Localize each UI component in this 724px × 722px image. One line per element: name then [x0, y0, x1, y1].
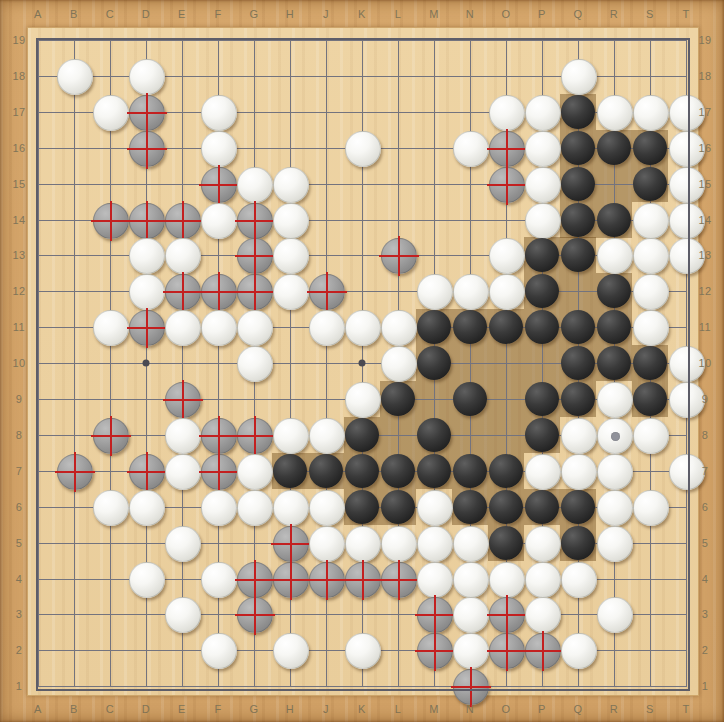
intersection-O19[interactable]	[488, 22, 524, 58]
intersection-K13[interactable]	[344, 237, 380, 273]
intersection-H16[interactable]	[272, 130, 308, 166]
intersection-C15[interactable]	[92, 166, 128, 202]
intersection-D5[interactable]	[128, 525, 164, 561]
intersection-R14[interactable]	[596, 202, 632, 238]
intersection-S12[interactable]	[632, 273, 668, 309]
intersection-A16[interactable]	[20, 130, 56, 166]
intersection-S11[interactable]	[632, 309, 668, 345]
intersection-O7[interactable]	[488, 453, 524, 489]
intersection-Q14[interactable]	[560, 202, 596, 238]
intersection-N11[interactable]	[452, 309, 488, 345]
intersection-H1[interactable]	[272, 668, 308, 704]
intersection-L12[interactable]	[380, 273, 416, 309]
intersection-J15[interactable]	[308, 166, 344, 202]
intersection-M5[interactable]	[416, 525, 452, 561]
intersection-F16[interactable]	[200, 130, 236, 166]
intersection-S1[interactable]	[632, 668, 668, 704]
intersection-E1[interactable]	[164, 668, 200, 704]
intersection-G9[interactable]	[236, 381, 272, 417]
intersection-J4[interactable]	[308, 561, 344, 597]
intersection-G18[interactable]	[236, 58, 272, 94]
intersection-K7[interactable]	[344, 453, 380, 489]
intersection-O12[interactable]	[488, 273, 524, 309]
intersection-G17[interactable]	[236, 94, 272, 130]
intersection-H2[interactable]	[272, 632, 308, 668]
intersection-E8[interactable]	[164, 417, 200, 453]
intersection-L1[interactable]	[380, 668, 416, 704]
intersection-G6[interactable]	[236, 489, 272, 525]
intersection-L17[interactable]	[380, 94, 416, 130]
intersection-H19[interactable]	[272, 22, 308, 58]
intersection-B9[interactable]	[56, 381, 92, 417]
intersection-J17[interactable]	[308, 94, 344, 130]
intersection-S5[interactable]	[632, 525, 668, 561]
intersection-J2[interactable]	[308, 632, 344, 668]
intersection-D9[interactable]	[128, 381, 164, 417]
intersection-R6[interactable]	[596, 489, 632, 525]
intersection-B14[interactable]	[56, 202, 92, 238]
intersection-M9[interactable]	[416, 381, 452, 417]
intersection-M3[interactable]	[416, 596, 452, 632]
intersection-A1[interactable]	[20, 668, 56, 704]
intersection-N15[interactable]	[452, 166, 488, 202]
intersection-A13[interactable]	[20, 237, 56, 273]
intersection-O14[interactable]	[488, 202, 524, 238]
intersection-A10[interactable]	[20, 345, 56, 381]
intersection-L4[interactable]	[380, 561, 416, 597]
intersection-T11[interactable]	[668, 309, 704, 345]
intersection-J18[interactable]	[308, 58, 344, 94]
intersection-E15[interactable]	[164, 166, 200, 202]
intersection-F10[interactable]	[200, 345, 236, 381]
intersection-P9[interactable]	[524, 381, 560, 417]
intersection-T13[interactable]	[668, 237, 704, 273]
intersection-B16[interactable]	[56, 130, 92, 166]
intersection-D10[interactable]	[128, 345, 164, 381]
intersection-Q7[interactable]	[560, 453, 596, 489]
intersection-M13[interactable]	[416, 237, 452, 273]
intersection-J10[interactable]	[308, 345, 344, 381]
intersection-N14[interactable]	[452, 202, 488, 238]
intersection-M16[interactable]	[416, 130, 452, 166]
intersection-F2[interactable]	[200, 632, 236, 668]
intersection-R15[interactable]	[596, 166, 632, 202]
intersection-N19[interactable]	[452, 22, 488, 58]
intersection-J11[interactable]	[308, 309, 344, 345]
intersection-F14[interactable]	[200, 202, 236, 238]
intersection-R19[interactable]	[596, 22, 632, 58]
intersection-N5[interactable]	[452, 525, 488, 561]
intersection-C12[interactable]	[92, 273, 128, 309]
intersection-E5[interactable]	[164, 525, 200, 561]
intersection-P11[interactable]	[524, 309, 560, 345]
intersection-S8[interactable]	[632, 417, 668, 453]
intersection-Q4[interactable]	[560, 561, 596, 597]
intersection-R1[interactable]	[596, 668, 632, 704]
intersection-M1[interactable]	[416, 668, 452, 704]
intersection-O9[interactable]	[488, 381, 524, 417]
intersection-Q18[interactable]	[560, 58, 596, 94]
intersection-Q2[interactable]	[560, 632, 596, 668]
intersection-C8[interactable]	[92, 417, 128, 453]
intersection-C18[interactable]	[92, 58, 128, 94]
intersection-B7[interactable]	[56, 453, 92, 489]
intersection-P4[interactable]	[524, 561, 560, 597]
intersection-E7[interactable]	[164, 453, 200, 489]
intersection-P12[interactable]	[524, 273, 560, 309]
intersection-F4[interactable]	[200, 561, 236, 597]
intersection-D13[interactable]	[128, 237, 164, 273]
intersection-H10[interactable]	[272, 345, 308, 381]
intersection-N16[interactable]	[452, 130, 488, 166]
intersection-C4[interactable]	[92, 561, 128, 597]
intersection-L7[interactable]	[380, 453, 416, 489]
intersection-Q5[interactable]	[560, 525, 596, 561]
intersection-T3[interactable]	[668, 596, 704, 632]
intersection-J16[interactable]	[308, 130, 344, 166]
intersection-J5[interactable]	[308, 525, 344, 561]
intersection-S7[interactable]	[632, 453, 668, 489]
intersection-O18[interactable]	[488, 58, 524, 94]
intersection-P17[interactable]	[524, 94, 560, 130]
intersection-H3[interactable]	[272, 596, 308, 632]
intersection-L18[interactable]	[380, 58, 416, 94]
intersection-E11[interactable]	[164, 309, 200, 345]
intersection-P16[interactable]	[524, 130, 560, 166]
intersection-B6[interactable]	[56, 489, 92, 525]
intersection-B5[interactable]	[56, 525, 92, 561]
intersection-Q9[interactable]	[560, 381, 596, 417]
intersection-P15[interactable]	[524, 166, 560, 202]
intersection-E3[interactable]	[164, 596, 200, 632]
intersection-P7[interactable]	[524, 453, 560, 489]
intersection-B4[interactable]	[56, 561, 92, 597]
intersection-D14[interactable]	[128, 202, 164, 238]
intersection-K6[interactable]	[344, 489, 380, 525]
intersection-Q19[interactable]	[560, 22, 596, 58]
intersection-C13[interactable]	[92, 237, 128, 273]
intersection-B2[interactable]	[56, 632, 92, 668]
intersection-T17[interactable]	[668, 94, 704, 130]
intersection-K3[interactable]	[344, 596, 380, 632]
intersection-B13[interactable]	[56, 237, 92, 273]
intersection-S10[interactable]	[632, 345, 668, 381]
intersection-H18[interactable]	[272, 58, 308, 94]
intersection-M18[interactable]	[416, 58, 452, 94]
intersection-F7[interactable]	[200, 453, 236, 489]
intersection-P18[interactable]	[524, 58, 560, 94]
intersection-Q8[interactable]	[560, 417, 596, 453]
intersection-R8[interactable]	[596, 417, 632, 453]
intersection-A9[interactable]	[20, 381, 56, 417]
intersection-Q13[interactable]	[560, 237, 596, 273]
intersection-M7[interactable]	[416, 453, 452, 489]
intersection-L14[interactable]	[380, 202, 416, 238]
intersection-Q16[interactable]	[560, 130, 596, 166]
intersection-Q11[interactable]	[560, 309, 596, 345]
intersection-H6[interactable]	[272, 489, 308, 525]
intersection-D19[interactable]	[128, 22, 164, 58]
intersection-D4[interactable]	[128, 561, 164, 597]
intersection-C7[interactable]	[92, 453, 128, 489]
intersection-F1[interactable]	[200, 668, 236, 704]
intersection-G10[interactable]	[236, 345, 272, 381]
intersection-K15[interactable]	[344, 166, 380, 202]
intersection-O6[interactable]	[488, 489, 524, 525]
intersection-O1[interactable]	[488, 668, 524, 704]
intersection-T15[interactable]	[668, 166, 704, 202]
intersection-A2[interactable]	[20, 632, 56, 668]
intersection-B12[interactable]	[56, 273, 92, 309]
intersection-Q6[interactable]	[560, 489, 596, 525]
intersection-P6[interactable]	[524, 489, 560, 525]
intersection-T5[interactable]	[668, 525, 704, 561]
intersection-C9[interactable]	[92, 381, 128, 417]
intersection-F11[interactable]	[200, 309, 236, 345]
intersection-G3[interactable]	[236, 596, 272, 632]
intersection-D12[interactable]	[128, 273, 164, 309]
intersection-P19[interactable]	[524, 22, 560, 58]
intersection-P14[interactable]	[524, 202, 560, 238]
intersection-C3[interactable]	[92, 596, 128, 632]
intersection-A19[interactable]	[20, 22, 56, 58]
intersection-B3[interactable]	[56, 596, 92, 632]
intersection-A12[interactable]	[20, 273, 56, 309]
intersection-L2[interactable]	[380, 632, 416, 668]
intersection-Q10[interactable]	[560, 345, 596, 381]
intersection-F12[interactable]	[200, 273, 236, 309]
intersection-T1[interactable]	[668, 668, 704, 704]
intersection-L13[interactable]	[380, 237, 416, 273]
intersection-G16[interactable]	[236, 130, 272, 166]
intersection-R16[interactable]	[596, 130, 632, 166]
intersection-K2[interactable]	[344, 632, 380, 668]
intersection-C2[interactable]	[92, 632, 128, 668]
intersection-T14[interactable]	[668, 202, 704, 238]
intersection-T19[interactable]	[668, 22, 704, 58]
intersection-E12[interactable]	[164, 273, 200, 309]
intersection-K12[interactable]	[344, 273, 380, 309]
intersection-K1[interactable]	[344, 668, 380, 704]
intersection-D1[interactable]	[128, 668, 164, 704]
intersection-T18[interactable]	[668, 58, 704, 94]
intersection-K8[interactable]	[344, 417, 380, 453]
intersection-M8[interactable]	[416, 417, 452, 453]
intersection-N12[interactable]	[452, 273, 488, 309]
intersection-O2[interactable]	[488, 632, 524, 668]
intersection-B17[interactable]	[56, 94, 92, 130]
intersection-G13[interactable]	[236, 237, 272, 273]
intersection-C16[interactable]	[92, 130, 128, 166]
intersection-G4[interactable]	[236, 561, 272, 597]
intersection-E14[interactable]	[164, 202, 200, 238]
intersection-J6[interactable]	[308, 489, 344, 525]
intersection-M4[interactable]	[416, 561, 452, 597]
intersection-A6[interactable]	[20, 489, 56, 525]
intersection-H8[interactable]	[272, 417, 308, 453]
intersection-G2[interactable]	[236, 632, 272, 668]
intersection-J8[interactable]	[308, 417, 344, 453]
intersection-R5[interactable]	[596, 525, 632, 561]
intersection-C1[interactable]	[92, 668, 128, 704]
intersection-T10[interactable]	[668, 345, 704, 381]
intersection-P5[interactable]	[524, 525, 560, 561]
intersection-P2[interactable]	[524, 632, 560, 668]
intersection-Q12[interactable]	[560, 273, 596, 309]
intersection-T4[interactable]	[668, 561, 704, 597]
intersection-J14[interactable]	[308, 202, 344, 238]
intersection-M6[interactable]	[416, 489, 452, 525]
intersection-K4[interactable]	[344, 561, 380, 597]
intersection-E19[interactable]	[164, 22, 200, 58]
intersection-B1[interactable]	[56, 668, 92, 704]
intersection-L6[interactable]	[380, 489, 416, 525]
intersection-J19[interactable]	[308, 22, 344, 58]
intersection-K14[interactable]	[344, 202, 380, 238]
intersection-S4[interactable]	[632, 561, 668, 597]
intersection-O16[interactable]	[488, 130, 524, 166]
intersection-T16[interactable]	[668, 130, 704, 166]
intersection-H17[interactable]	[272, 94, 308, 130]
intersection-G1[interactable]	[236, 668, 272, 704]
intersection-L11[interactable]	[380, 309, 416, 345]
intersection-F9[interactable]	[200, 381, 236, 417]
intersection-C11[interactable]	[92, 309, 128, 345]
intersection-R13[interactable]	[596, 237, 632, 273]
intersection-M15[interactable]	[416, 166, 452, 202]
intersection-H12[interactable]	[272, 273, 308, 309]
intersection-F19[interactable]	[200, 22, 236, 58]
intersection-A17[interactable]	[20, 94, 56, 130]
intersection-E16[interactable]	[164, 130, 200, 166]
intersection-N9[interactable]	[452, 381, 488, 417]
intersection-S17[interactable]	[632, 94, 668, 130]
intersection-D3[interactable]	[128, 596, 164, 632]
intersection-L10[interactable]	[380, 345, 416, 381]
intersection-S16[interactable]	[632, 130, 668, 166]
intersection-J1[interactable]	[308, 668, 344, 704]
intersection-J7[interactable]	[308, 453, 344, 489]
intersection-M2[interactable]	[416, 632, 452, 668]
intersection-F17[interactable]	[200, 94, 236, 130]
intersection-E9[interactable]	[164, 381, 200, 417]
intersection-B10[interactable]	[56, 345, 92, 381]
intersection-F6[interactable]	[200, 489, 236, 525]
intersection-F3[interactable]	[200, 596, 236, 632]
intersection-B18[interactable]	[56, 58, 92, 94]
intersection-A15[interactable]	[20, 166, 56, 202]
intersection-S13[interactable]	[632, 237, 668, 273]
intersection-A7[interactable]	[20, 453, 56, 489]
intersection-O13[interactable]	[488, 237, 524, 273]
intersection-H15[interactable]	[272, 166, 308, 202]
intersection-S18[interactable]	[632, 58, 668, 94]
intersection-N2[interactable]	[452, 632, 488, 668]
intersection-K18[interactable]	[344, 58, 380, 94]
intersection-C14[interactable]	[92, 202, 128, 238]
intersection-O10[interactable]	[488, 345, 524, 381]
intersection-L5[interactable]	[380, 525, 416, 561]
intersection-C5[interactable]	[92, 525, 128, 561]
intersection-D16[interactable]	[128, 130, 164, 166]
intersection-M12[interactable]	[416, 273, 452, 309]
intersection-N3[interactable]	[452, 596, 488, 632]
intersection-M19[interactable]	[416, 22, 452, 58]
intersection-A8[interactable]	[20, 417, 56, 453]
intersection-Q1[interactable]	[560, 668, 596, 704]
intersection-K11[interactable]	[344, 309, 380, 345]
intersection-K16[interactable]	[344, 130, 380, 166]
intersection-T12[interactable]	[668, 273, 704, 309]
intersection-A18[interactable]	[20, 58, 56, 94]
intersection-J3[interactable]	[308, 596, 344, 632]
intersection-J13[interactable]	[308, 237, 344, 273]
intersection-S2[interactable]	[632, 632, 668, 668]
intersection-N13[interactable]	[452, 237, 488, 273]
intersection-N1[interactable]	[452, 668, 488, 704]
intersection-R12[interactable]	[596, 273, 632, 309]
intersection-N8[interactable]	[452, 417, 488, 453]
intersection-A11[interactable]	[20, 309, 56, 345]
intersection-R3[interactable]	[596, 596, 632, 632]
intersection-G8[interactable]	[236, 417, 272, 453]
intersection-H7[interactable]	[272, 453, 308, 489]
intersection-D11[interactable]	[128, 309, 164, 345]
intersection-T9[interactable]	[668, 381, 704, 417]
intersection-K10[interactable]	[344, 345, 380, 381]
intersection-O5[interactable]	[488, 525, 524, 561]
intersection-N4[interactable]	[452, 561, 488, 597]
intersection-N6[interactable]	[452, 489, 488, 525]
intersection-T6[interactable]	[668, 489, 704, 525]
intersection-B19[interactable]	[56, 22, 92, 58]
intersection-H11[interactable]	[272, 309, 308, 345]
intersection-A5[interactable]	[20, 525, 56, 561]
intersection-M11[interactable]	[416, 309, 452, 345]
intersection-G11[interactable]	[236, 309, 272, 345]
intersection-P3[interactable]	[524, 596, 560, 632]
intersection-M14[interactable]	[416, 202, 452, 238]
intersection-S14[interactable]	[632, 202, 668, 238]
intersection-F15[interactable]	[200, 166, 236, 202]
intersection-N17[interactable]	[452, 94, 488, 130]
intersection-P8[interactable]	[524, 417, 560, 453]
intersection-D6[interactable]	[128, 489, 164, 525]
intersection-S15[interactable]	[632, 166, 668, 202]
intersection-R17[interactable]	[596, 94, 632, 130]
intersection-D15[interactable]	[128, 166, 164, 202]
intersection-N10[interactable]	[452, 345, 488, 381]
intersection-Q15[interactable]	[560, 166, 596, 202]
intersection-B15[interactable]	[56, 166, 92, 202]
intersection-Q17[interactable]	[560, 94, 596, 130]
intersection-F8[interactable]	[200, 417, 236, 453]
intersection-H13[interactable]	[272, 237, 308, 273]
intersection-O3[interactable]	[488, 596, 524, 632]
intersection-L8[interactable]	[380, 417, 416, 453]
intersection-H4[interactable]	[272, 561, 308, 597]
intersection-A3[interactable]	[20, 596, 56, 632]
intersection-P10[interactable]	[524, 345, 560, 381]
intersection-T7[interactable]	[668, 453, 704, 489]
intersection-E17[interactable]	[164, 94, 200, 130]
intersection-S6[interactable]	[632, 489, 668, 525]
intersection-D8[interactable]	[128, 417, 164, 453]
intersection-M17[interactable]	[416, 94, 452, 130]
intersection-O8[interactable]	[488, 417, 524, 453]
intersection-O4[interactable]	[488, 561, 524, 597]
intersection-O17[interactable]	[488, 94, 524, 130]
